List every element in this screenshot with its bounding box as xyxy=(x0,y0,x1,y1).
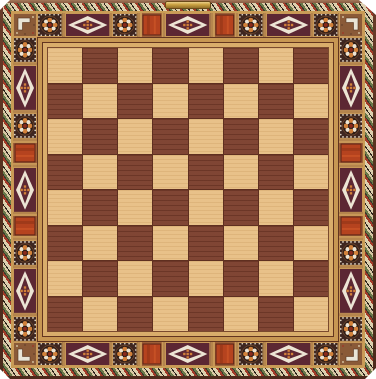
square-a1[interactable] xyxy=(48,297,82,332)
square-f5[interactable] xyxy=(224,155,258,190)
mosaic-strip-right xyxy=(339,37,363,342)
rosette-motif-icon xyxy=(13,37,37,63)
diamond-motif-icon xyxy=(266,13,311,37)
square-c4[interactable] xyxy=(118,190,152,225)
square-b2[interactable] xyxy=(83,261,117,296)
corner-bracket-icon xyxy=(13,342,37,366)
square-b3[interactable] xyxy=(83,226,117,261)
square-e4[interactable] xyxy=(189,190,223,225)
rosette-motif-icon xyxy=(37,342,63,366)
inner-frame-gold xyxy=(37,37,339,342)
square-d5[interactable] xyxy=(153,155,187,190)
chess-board[interactable] xyxy=(47,47,329,332)
square-d1[interactable] xyxy=(153,297,187,332)
rosette-motif-icon xyxy=(313,13,339,37)
diamond-motif-icon xyxy=(13,167,37,213)
square-f3[interactable] xyxy=(224,226,258,261)
square-h6[interactable] xyxy=(294,119,328,154)
square-a3[interactable] xyxy=(48,226,82,261)
diamond-motif-icon xyxy=(165,13,210,37)
square-h8[interactable] xyxy=(294,48,328,83)
rosette-motif-icon xyxy=(112,13,138,37)
square-f1[interactable] xyxy=(224,297,258,332)
square-d6[interactable] xyxy=(153,119,187,154)
rosette-motif-icon xyxy=(238,342,264,366)
mosaic-strip-top xyxy=(37,13,339,37)
brass-latch xyxy=(165,1,211,9)
corner-bracket-icon xyxy=(13,13,37,37)
square-h3[interactable] xyxy=(294,226,328,261)
rosette-motif-icon xyxy=(13,113,37,139)
square-a7[interactable] xyxy=(48,84,82,119)
square-c5[interactable] xyxy=(118,155,152,190)
square-d2[interactable] xyxy=(153,261,187,296)
square-c8[interactable] xyxy=(118,48,152,83)
red-block-motif-icon xyxy=(13,214,37,238)
corner-bracket-icon xyxy=(339,342,363,366)
square-e2[interactable] xyxy=(189,261,223,296)
diamond-motif-icon xyxy=(13,268,37,314)
square-b7[interactable] xyxy=(83,84,117,119)
chessboard-photo xyxy=(0,0,376,379)
rosette-motif-icon xyxy=(13,316,37,342)
rosette-motif-icon xyxy=(13,240,37,266)
inner-frame-tan xyxy=(42,42,334,337)
square-h7[interactable] xyxy=(294,84,328,119)
rosette-motif-icon xyxy=(313,342,339,366)
square-b6[interactable] xyxy=(83,119,117,154)
mosaic-strip-bottom xyxy=(37,342,339,366)
mosaic-border-band xyxy=(13,13,363,366)
rope-braid-border xyxy=(3,3,373,376)
square-h4[interactable] xyxy=(294,190,328,225)
square-g6[interactable] xyxy=(259,119,293,154)
square-d8[interactable] xyxy=(153,48,187,83)
diamond-motif-icon xyxy=(339,167,363,213)
square-b1[interactable] xyxy=(83,297,117,332)
square-f7[interactable] xyxy=(224,84,258,119)
red-block-motif-icon xyxy=(339,141,363,165)
red-block-motif-icon xyxy=(13,141,37,165)
diamond-motif-icon xyxy=(266,342,311,366)
square-f8[interactable] xyxy=(224,48,258,83)
square-a5[interactable] xyxy=(48,155,82,190)
red-block-motif-icon xyxy=(339,214,363,238)
square-g4[interactable] xyxy=(259,190,293,225)
square-e3[interactable] xyxy=(189,226,223,261)
square-b8[interactable] xyxy=(83,48,117,83)
diamond-motif-icon xyxy=(65,342,110,366)
diamond-motif-icon xyxy=(65,13,110,37)
square-a4[interactable] xyxy=(48,190,82,225)
rosette-motif-icon xyxy=(37,13,63,37)
square-a2[interactable] xyxy=(48,261,82,296)
square-f4[interactable] xyxy=(224,190,258,225)
square-h2[interactable] xyxy=(294,261,328,296)
rosette-motif-icon xyxy=(112,342,138,366)
square-e8[interactable] xyxy=(189,48,223,83)
rosette-motif-icon xyxy=(339,240,363,266)
square-c1[interactable] xyxy=(118,297,152,332)
square-g8[interactable] xyxy=(259,48,293,83)
square-e6[interactable] xyxy=(189,119,223,154)
square-e1[interactable] xyxy=(189,297,223,332)
square-e5[interactable] xyxy=(189,155,223,190)
square-c6[interactable] xyxy=(118,119,152,154)
mosaic-strip-left xyxy=(13,37,37,342)
square-c2[interactable] xyxy=(118,261,152,296)
square-b5[interactable] xyxy=(83,155,117,190)
diamond-motif-icon xyxy=(339,65,363,111)
square-g1[interactable] xyxy=(259,297,293,332)
diamond-motif-icon xyxy=(165,342,210,366)
red-block-motif-icon xyxy=(213,13,237,37)
diamond-motif-icon xyxy=(13,65,37,111)
square-f6[interactable] xyxy=(224,119,258,154)
square-h1[interactable] xyxy=(294,297,328,332)
square-h5[interactable] xyxy=(294,155,328,190)
square-c3[interactable] xyxy=(118,226,152,261)
square-g3[interactable] xyxy=(259,226,293,261)
square-g2[interactable] xyxy=(259,261,293,296)
gold-line-border xyxy=(11,11,365,368)
board-wood-edge xyxy=(0,0,376,379)
red-block-motif-icon xyxy=(140,13,164,37)
rosette-motif-icon xyxy=(339,316,363,342)
square-a6[interactable] xyxy=(48,119,82,154)
corner-bracket-icon xyxy=(339,13,363,37)
rosette-motif-icon xyxy=(238,13,264,37)
diamond-motif-icon xyxy=(339,268,363,314)
square-d7[interactable] xyxy=(153,84,187,119)
square-d4[interactable] xyxy=(153,190,187,225)
square-g5[interactable] xyxy=(259,155,293,190)
square-c7[interactable] xyxy=(118,84,152,119)
square-e7[interactable] xyxy=(189,84,223,119)
square-a8[interactable] xyxy=(48,48,82,83)
rosette-motif-icon xyxy=(339,37,363,63)
red-block-motif-icon xyxy=(140,342,164,366)
red-block-motif-icon xyxy=(213,342,237,366)
square-f2[interactable] xyxy=(224,261,258,296)
square-d3[interactable] xyxy=(153,226,187,261)
square-g7[interactable] xyxy=(259,84,293,119)
rosette-motif-icon xyxy=(339,113,363,139)
square-b4[interactable] xyxy=(83,190,117,225)
